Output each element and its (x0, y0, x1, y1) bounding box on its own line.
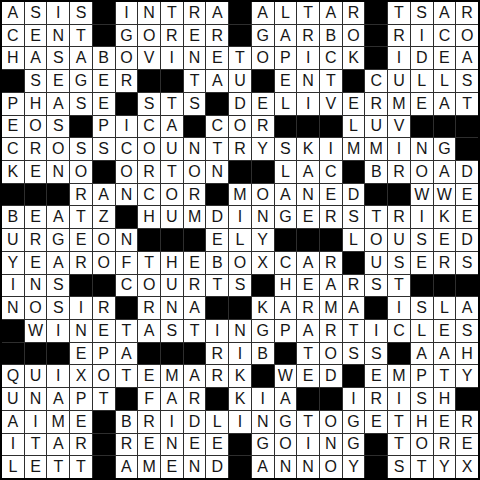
letter-cell[interactable]: A (434, 93, 456, 115)
letter-cell[interactable]: E (206, 47, 228, 69)
letter-cell[interactable]: A (206, 70, 228, 92)
letter-cell[interactable]: H (138, 206, 160, 228)
letter-cell[interactable]: E (434, 320, 456, 342)
letter-cell[interactable]: R (434, 252, 456, 274)
letter-cell[interactable]: N (161, 297, 183, 319)
letter-cell[interactable]: N (206, 161, 228, 183)
letter-cell[interactable]: S (411, 297, 433, 319)
letter-cell[interactable]: S (456, 70, 478, 92)
letter-cell[interactable]: O (93, 365, 115, 387)
letter-cell[interactable]: T (161, 161, 183, 183)
letter-cell[interactable]: N (2, 297, 24, 319)
letter-cell[interactable]: S (47, 275, 69, 297)
letter-cell[interactable]: R (456, 2, 478, 24)
letter-cell[interactable]: C (275, 252, 297, 274)
letter-cell[interactable]: S (365, 275, 387, 297)
letter-cell[interactable]: E (297, 365, 319, 387)
letter-cell[interactable]: G (343, 434, 365, 456)
letter-cell[interactable]: C (116, 275, 138, 297)
letter-cell[interactable]: O (93, 252, 115, 274)
letter-cell[interactable]: A (275, 388, 297, 410)
letter-cell[interactable]: E (93, 70, 115, 92)
letter-cell[interactable]: T (388, 275, 410, 297)
letter-cell[interactable]: A (93, 184, 115, 206)
letter-cell[interactable]: A (161, 116, 183, 138)
letter-cell[interactable]: O (275, 434, 297, 456)
letter-cell[interactable]: P (93, 343, 115, 365)
letter-cell[interactable]: B (93, 47, 115, 69)
letter-cell[interactable]: C (2, 25, 24, 47)
letter-cell[interactable]: S (365, 343, 387, 365)
letter-cell[interactable]: E (411, 252, 433, 274)
letter-cell[interactable]: I (388, 388, 410, 410)
letter-cell[interactable]: H (275, 275, 297, 297)
letter-cell[interactable]: A (47, 434, 69, 456)
letter-cell[interactable]: S (47, 116, 69, 138)
letter-cell[interactable]: G (47, 229, 69, 251)
letter-cell[interactable]: E (320, 184, 342, 206)
letter-cell[interactable]: V (320, 93, 342, 115)
letter-cell[interactable]: K (343, 47, 365, 69)
letter-cell[interactable]: O (138, 275, 160, 297)
letter-cell[interactable]: R (138, 161, 160, 183)
letter-cell[interactable]: T (93, 388, 115, 410)
letter-cell[interactable]: Y (252, 138, 274, 160)
letter-cell[interactable]: S (343, 343, 365, 365)
letter-cell[interactable]: N (275, 456, 297, 478)
letter-cell[interactable]: R (206, 365, 228, 387)
letter-cell[interactable]: H (25, 93, 47, 115)
letter-cell[interactable]: B (116, 411, 138, 433)
letter-cell[interactable]: E (47, 70, 69, 92)
letter-cell[interactable]: K (229, 365, 251, 387)
letter-cell[interactable]: P (2, 93, 24, 115)
letter-cell[interactable]: C (2, 138, 24, 160)
letter-cell[interactable]: R (138, 411, 160, 433)
letter-cell[interactable]: R (70, 434, 92, 456)
letter-cell[interactable]: A (297, 161, 319, 183)
letter-cell[interactable]: U (388, 229, 410, 251)
letter-cell[interactable]: M (388, 93, 410, 115)
letter-cell[interactable]: F (116, 252, 138, 274)
letter-cell[interactable]: W (275, 365, 297, 387)
letter-cell[interactable]: A (47, 206, 69, 228)
letter-cell[interactable]: K (229, 388, 251, 410)
letter-cell[interactable]: G (275, 411, 297, 433)
letter-cell[interactable]: L (275, 2, 297, 24)
letter-cell[interactable]: U (2, 388, 24, 410)
letter-cell[interactable]: L (411, 320, 433, 342)
letter-cell[interactable]: S (411, 2, 433, 24)
letter-cell[interactable]: C (320, 47, 342, 69)
letter-cell[interactable]: P (275, 320, 297, 342)
letter-cell[interactable]: I (229, 343, 251, 365)
letter-cell[interactable]: I (25, 411, 47, 433)
letter-cell[interactable]: S (456, 320, 478, 342)
letter-cell[interactable]: O (25, 297, 47, 319)
letter-cell[interactable]: C (365, 70, 387, 92)
letter-cell[interactable]: S (47, 297, 69, 319)
letter-cell[interactable]: C (138, 116, 160, 138)
letter-cell[interactable]: L (2, 456, 24, 478)
letter-cell[interactable]: M (138, 456, 160, 478)
letter-cell[interactable]: E (70, 343, 92, 365)
letter-cell[interactable]: E (184, 25, 206, 47)
letter-cell[interactable]: E (25, 161, 47, 183)
letter-cell[interactable]: A (320, 2, 342, 24)
letter-cell[interactable]: T (161, 93, 183, 115)
letter-cell[interactable]: T (70, 456, 92, 478)
letter-cell[interactable]: R (388, 25, 410, 47)
letter-cell[interactable]: D (184, 411, 206, 433)
letter-cell[interactable]: I (2, 275, 24, 297)
letter-cell[interactable]: E (365, 365, 387, 387)
letter-cell[interactable]: I (47, 320, 69, 342)
letter-cell[interactable]: G (434, 138, 456, 160)
letter-cell[interactable]: O (320, 343, 342, 365)
letter-cell[interactable]: O (252, 47, 274, 69)
letter-cell[interactable]: Y (456, 365, 478, 387)
letter-cell[interactable]: T (184, 320, 206, 342)
letter-cell[interactable]: S (388, 252, 410, 274)
letter-cell[interactable]: L (434, 70, 456, 92)
letter-cell[interactable]: E (456, 206, 478, 228)
letter-cell[interactable]: E (297, 275, 319, 297)
letter-cell[interactable]: R (320, 252, 342, 274)
letter-cell[interactable]: E (456, 434, 478, 456)
letter-cell[interactable]: C (320, 161, 342, 183)
letter-cell[interactable]: K (297, 138, 319, 160)
letter-cell[interactable]: I (161, 47, 183, 69)
letter-cell[interactable]: Z (93, 206, 115, 228)
letter-cell[interactable]: S (70, 93, 92, 115)
letter-cell[interactable]: O (411, 161, 433, 183)
letter-cell[interactable]: M (184, 206, 206, 228)
letter-cell[interactable]: S (184, 93, 206, 115)
letter-cell[interactable]: O (70, 161, 92, 183)
letter-cell[interactable]: T (25, 434, 47, 456)
letter-cell[interactable]: E (411, 93, 433, 115)
letter-cell[interactable]: N (116, 184, 138, 206)
letter-cell[interactable]: A (161, 388, 183, 410)
letter-cell[interactable]: U (161, 138, 183, 160)
letter-cell[interactable]: L (343, 116, 365, 138)
letter-cell[interactable]: K (2, 161, 24, 183)
letter-cell[interactable]: E (434, 47, 456, 69)
letter-cell[interactable]: T (388, 434, 410, 456)
letter-cell[interactable]: O (411, 434, 433, 456)
letter-cell[interactable]: E (25, 456, 47, 478)
letter-cell[interactable]: C (206, 116, 228, 138)
letter-cell[interactable]: I (388, 47, 410, 69)
letter-cell[interactable]: N (47, 25, 69, 47)
letter-cell[interactable]: G (343, 411, 365, 433)
letter-cell[interactable]: T (365, 206, 387, 228)
letter-cell[interactable]: L (434, 297, 456, 319)
letter-cell[interactable]: A (47, 388, 69, 410)
letter-cell[interactable]: A (2, 411, 24, 433)
letter-cell[interactable]: S (161, 320, 183, 342)
letter-cell[interactable]: I (297, 93, 319, 115)
letter-cell[interactable]: E (343, 93, 365, 115)
letter-cell[interactable]: T (70, 25, 92, 47)
letter-cell[interactable]: R (116, 434, 138, 456)
letter-cell[interactable]: A (2, 2, 24, 24)
letter-cell[interactable]: N (25, 388, 47, 410)
letter-cell[interactable]: R (365, 93, 387, 115)
letter-cell[interactable]: L (206, 411, 228, 433)
letter-cell[interactable]: G (252, 320, 274, 342)
letter-cell[interactable]: S (275, 138, 297, 160)
letter-cell[interactable]: O (320, 456, 342, 478)
letter-cell[interactable]: R (25, 138, 47, 160)
letter-cell[interactable]: R (184, 388, 206, 410)
letter-cell[interactable]: A (184, 297, 206, 319)
letter-cell[interactable]: N (297, 456, 319, 478)
letter-cell[interactable]: M (343, 138, 365, 160)
letter-cell[interactable]: U (365, 252, 387, 274)
letter-cell[interactable]: Y (252, 229, 274, 251)
letter-cell[interactable]: E (161, 456, 183, 478)
letter-cell[interactable]: S (411, 229, 433, 251)
letter-cell[interactable]: R (184, 275, 206, 297)
letter-cell[interactable]: N (116, 229, 138, 251)
letter-cell[interactable]: I (297, 434, 319, 456)
letter-cell[interactable]: N (229, 320, 251, 342)
letter-cell[interactable]: E (365, 411, 387, 433)
letter-cell[interactable]: R (343, 275, 365, 297)
letter-cell[interactable]: N (252, 411, 274, 433)
letter-cell[interactable]: M (47, 411, 69, 433)
letter-cell[interactable]: E (275, 70, 297, 92)
letter-cell[interactable]: R (320, 206, 342, 228)
letter-cell[interactable]: S (47, 47, 69, 69)
letter-cell[interactable]: U (2, 229, 24, 251)
letter-cell[interactable]: I (47, 2, 69, 24)
letter-cell[interactable]: L (275, 161, 297, 183)
letter-cell[interactable]: T (411, 456, 433, 478)
letter-cell[interactable]: O (320, 411, 342, 433)
letter-cell[interactable]: E (93, 93, 115, 115)
letter-cell[interactable]: V (138, 47, 160, 69)
letter-cell[interactable]: T (297, 411, 319, 433)
letter-cell[interactable]: S (343, 206, 365, 228)
letter-cell[interactable]: N (70, 320, 92, 342)
letter-cell[interactable]: Q (2, 365, 24, 387)
letter-cell[interactable]: X (456, 456, 478, 478)
letter-cell[interactable]: B (252, 343, 274, 365)
letter-cell[interactable]: S (411, 388, 433, 410)
letter-cell[interactable]: R (365, 388, 387, 410)
letter-cell[interactable]: E (2, 116, 24, 138)
letter-cell[interactable]: N (320, 434, 342, 456)
letter-cell[interactable]: O (456, 25, 478, 47)
letter-cell[interactable]: I (365, 320, 387, 342)
letter-cell[interactable]: L (275, 93, 297, 115)
letter-cell[interactable]: L (343, 229, 365, 251)
letter-cell[interactable]: T (297, 2, 319, 24)
letter-cell[interactable]: S (70, 138, 92, 160)
letter-cell[interactable]: C (434, 25, 456, 47)
letter-cell[interactable]: O (47, 138, 69, 160)
letter-cell[interactable]: Y (434, 456, 456, 478)
letter-cell[interactable]: N (161, 434, 183, 456)
letter-cell[interactable]: A (456, 47, 478, 69)
letter-cell[interactable]: W (434, 184, 456, 206)
letter-cell[interactable]: U (25, 365, 47, 387)
letter-cell[interactable]: R (297, 25, 319, 47)
letter-cell[interactable]: E (456, 184, 478, 206)
letter-cell[interactable]: R (25, 229, 47, 251)
letter-cell[interactable]: K (434, 206, 456, 228)
letter-cell[interactable]: L (411, 70, 433, 92)
letter-cell[interactable]: T (138, 252, 160, 274)
letter-cell[interactable]: N (411, 138, 433, 160)
letter-cell[interactable]: A (320, 275, 342, 297)
letter-cell[interactable]: E (138, 365, 160, 387)
letter-cell[interactable]: E (25, 25, 47, 47)
letter-cell[interactable]: E (184, 252, 206, 274)
letter-cell[interactable]: C (138, 184, 160, 206)
letter-cell[interactable]: T (206, 138, 228, 160)
letter-cell[interactable]: A (252, 2, 274, 24)
letter-cell[interactable]: O (93, 229, 115, 251)
letter-cell[interactable]: N (25, 275, 47, 297)
letter-cell[interactable]: A (434, 343, 456, 365)
letter-cell[interactable]: I (2, 434, 24, 456)
letter-cell[interactable]: R (70, 184, 92, 206)
letter-cell[interactable]: A (70, 47, 92, 69)
letter-cell[interactable]: A (411, 343, 433, 365)
letter-cell[interactable]: I (252, 388, 274, 410)
letter-cell[interactable]: R (116, 70, 138, 92)
letter-cell[interactable]: E (70, 229, 92, 251)
letter-cell[interactable]: I (411, 206, 433, 228)
letter-cell[interactable]: O (116, 161, 138, 183)
letter-cell[interactable]: E (206, 434, 228, 456)
letter-cell[interactable]: A (456, 297, 478, 319)
letter-cell[interactable]: S (456, 252, 478, 274)
letter-cell[interactable]: H (161, 252, 183, 274)
letter-cell[interactable]: D (456, 161, 478, 183)
letter-cell[interactable]: P (93, 116, 115, 138)
letter-cell[interactable]: A (297, 320, 319, 342)
letter-cell[interactable]: B (206, 252, 228, 274)
letter-cell[interactable]: G (252, 434, 274, 456)
letter-cell[interactable]: R (206, 343, 228, 365)
letter-cell[interactable]: A (184, 365, 206, 387)
letter-cell[interactable]: T (116, 320, 138, 342)
letter-cell[interactable]: R (206, 25, 228, 47)
letter-cell[interactable]: S (138, 93, 160, 115)
letter-cell[interactable]: T (161, 2, 183, 24)
letter-cell[interactable]: I (388, 297, 410, 319)
letter-cell[interactable]: V (388, 116, 410, 138)
letter-cell[interactable]: D (206, 206, 228, 228)
letter-cell[interactable]: P (411, 365, 433, 387)
letter-cell[interactable]: I (343, 388, 365, 410)
letter-cell[interactable]: D (320, 365, 342, 387)
letter-cell[interactable]: A (252, 456, 274, 478)
letter-cell[interactable]: O (252, 184, 274, 206)
letter-cell[interactable]: Y (343, 456, 365, 478)
letter-cell[interactable]: I (411, 25, 433, 47)
letter-cell[interactable]: S (25, 2, 47, 24)
letter-cell[interactable]: N (184, 47, 206, 69)
letter-cell[interactable]: G (252, 25, 274, 47)
letter-cell[interactable]: A (275, 184, 297, 206)
letter-cell[interactable]: H (456, 343, 478, 365)
letter-cell[interactable]: A (206, 2, 228, 24)
letter-cell[interactable]: G (275, 206, 297, 228)
letter-cell[interactable]: B (365, 161, 387, 183)
letter-cell[interactable]: D (206, 456, 228, 478)
letter-cell[interactable]: A (47, 252, 69, 274)
letter-cell[interactable]: M (365, 138, 387, 160)
letter-cell[interactable]: T (184, 70, 206, 92)
letter-cell[interactable]: S (25, 70, 47, 92)
letter-cell[interactable]: R (229, 138, 251, 160)
letter-cell[interactable]: O (365, 229, 387, 251)
letter-cell[interactable]: O (343, 25, 365, 47)
letter-cell[interactable]: E (252, 93, 274, 115)
letter-cell[interactable]: E (25, 206, 47, 228)
letter-cell[interactable]: I (206, 320, 228, 342)
letter-cell[interactable]: S (229, 275, 251, 297)
letter-cell[interactable]: U (365, 116, 387, 138)
letter-cell[interactable]: T (434, 365, 456, 387)
letter-cell[interactable]: R (184, 2, 206, 24)
letter-cell[interactable]: O (138, 25, 160, 47)
letter-cell[interactable]: L (229, 229, 251, 251)
letter-cell[interactable]: C (116, 138, 138, 160)
letter-cell[interactable]: R (388, 161, 410, 183)
letter-cell[interactable]: T (320, 70, 342, 92)
letter-cell[interactable]: A (47, 93, 69, 115)
letter-cell[interactable]: R (184, 184, 206, 206)
letter-cell[interactable]: T (297, 343, 319, 365)
letter-cell[interactable]: K (252, 297, 274, 319)
letter-cell[interactable]: A (116, 456, 138, 478)
letter-cell[interactable]: O (25, 116, 47, 138)
letter-cell[interactable]: S (93, 138, 115, 160)
letter-cell[interactable]: R (343, 2, 365, 24)
letter-cell[interactable]: A (116, 343, 138, 365)
letter-cell[interactable]: C (388, 320, 410, 342)
letter-cell[interactable]: O (229, 116, 251, 138)
letter-cell[interactable]: A (25, 47, 47, 69)
letter-cell[interactable]: H (434, 388, 456, 410)
letter-cell[interactable]: X (70, 365, 92, 387)
letter-cell[interactable]: I (70, 297, 92, 319)
letter-cell[interactable]: R (388, 206, 410, 228)
letter-cell[interactable]: R (138, 297, 160, 319)
letter-cell[interactable]: E (184, 434, 206, 456)
letter-cell[interactable]: O (161, 184, 183, 206)
letter-cell[interactable]: A (275, 25, 297, 47)
letter-cell[interactable]: H (411, 411, 433, 433)
letter-cell[interactable]: O (184, 161, 206, 183)
letter-cell[interactable]: R (161, 25, 183, 47)
letter-cell[interactable]: D (343, 184, 365, 206)
letter-cell[interactable]: U (229, 70, 251, 92)
letter-cell[interactable]: E (25, 252, 47, 274)
letter-cell[interactable]: B (320, 25, 342, 47)
letter-cell[interactable]: N (252, 206, 274, 228)
letter-cell[interactable]: P (70, 388, 92, 410)
letter-cell[interactable]: X (252, 252, 274, 274)
letter-cell[interactable]: U (161, 275, 183, 297)
